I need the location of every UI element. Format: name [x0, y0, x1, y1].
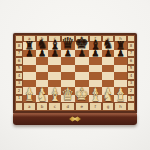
square-g1[interactable]: ♞ [102, 95, 115, 103]
square-a6[interactable] [23, 57, 36, 65]
rank-label-4: 4 [15, 72, 23, 80]
square-d3[interactable] [61, 80, 74, 88]
rank-label-6: 6 [127, 57, 135, 65]
square-d2[interactable]: ♟ [61, 87, 74, 95]
rank-label-2: 2 [15, 87, 23, 95]
square-f4[interactable] [89, 72, 102, 80]
border-corner-tile [15, 35, 23, 42]
rank-label-1: 1 [15, 95, 23, 103]
square-a7[interactable]: ♟ [23, 50, 36, 58]
square-h5[interactable] [114, 65, 127, 73]
square-h4[interactable] [114, 72, 127, 80]
file-label-a: a [23, 102, 36, 111]
file-label-f: f [89, 35, 102, 42]
square-e7[interactable]: ♟ [75, 50, 89, 58]
square-a8[interactable]: ♜ [23, 42, 36, 50]
square-c5[interactable] [48, 65, 61, 73]
square-b6[interactable] [36, 57, 49, 65]
square-b3[interactable] [36, 80, 49, 88]
square-g6[interactable] [102, 57, 115, 65]
square-g7[interactable]: ♟ [102, 50, 115, 58]
file-label-b: b [36, 35, 49, 42]
square-h7[interactable]: ♟ [114, 50, 127, 58]
square-e4[interactable] [75, 72, 89, 80]
box-front-edge [13, 113, 137, 125]
square-e3[interactable] [75, 80, 89, 88]
square-f5[interactable] [89, 65, 102, 73]
square-c2[interactable]: ♟ [48, 87, 61, 95]
square-a4[interactable] [23, 72, 36, 80]
square-b5[interactable] [36, 65, 49, 73]
file-label-f: f [89, 102, 102, 111]
square-b7[interactable]: ♟ [36, 50, 49, 58]
square-c7[interactable]: ♟ [48, 50, 61, 58]
square-h1[interactable]: ♜ [114, 95, 127, 103]
rank-label-8: 8 [15, 42, 23, 50]
square-c3[interactable] [48, 80, 61, 88]
square-b2[interactable]: ♟ [36, 87, 49, 95]
square-e6[interactable] [75, 57, 89, 65]
rank-label-5: 5 [15, 65, 23, 73]
rank-label-8: 8 [127, 42, 135, 50]
file-label-d: d [61, 35, 74, 42]
square-f6[interactable] [89, 57, 102, 65]
square-f7[interactable]: ♟ [89, 50, 102, 58]
square-c4[interactable] [48, 72, 61, 80]
square-f8[interactable]: ♝ [89, 42, 102, 50]
file-label-a: a [23, 35, 36, 42]
square-a1[interactable]: ♜ [23, 95, 36, 103]
square-a3[interactable] [23, 80, 36, 88]
square-d8[interactable]: ♛ [61, 42, 74, 50]
square-d4[interactable] [61, 72, 74, 80]
square-h6[interactable] [114, 57, 127, 65]
square-f3[interactable] [89, 80, 102, 88]
square-b8[interactable]: ♞ [36, 42, 49, 50]
square-f2[interactable]: ♟ [89, 87, 102, 95]
white-rook: ♜ [24, 92, 34, 103]
square-e5[interactable] [75, 65, 89, 73]
square-d7[interactable]: ♟ [61, 50, 74, 58]
file-label-h: h [114, 35, 127, 42]
square-b1[interactable]: ♞ [36, 95, 49, 103]
square-a2[interactable]: ♟ [23, 87, 36, 95]
product-photo-scene: abcdefgh8♜♞♝♛♚♝♞♜87♟♟♟♟♟♟♟♟7665544332♟♟♟… [0, 0, 150, 150]
square-g5[interactable] [102, 65, 115, 73]
file-label-g: g [102, 102, 115, 111]
square-a5[interactable] [23, 65, 36, 73]
rank-label-1: 1 [127, 95, 135, 103]
border-corner-tile [15, 102, 23, 111]
square-e8[interactable]: ♚ [75, 42, 89, 50]
rank-label-7: 7 [15, 50, 23, 58]
file-label-c: c [48, 102, 61, 111]
square-e2[interactable]: ♟ [75, 87, 89, 95]
rank-label-6: 6 [15, 57, 23, 65]
square-g8[interactable]: ♞ [102, 42, 115, 50]
square-g4[interactable] [102, 72, 115, 80]
square-f1[interactable]: ♝ [89, 95, 102, 103]
square-e1[interactable]: ♚ [75, 95, 89, 103]
square-c8[interactable]: ♝ [48, 42, 61, 50]
rank-label-3: 3 [15, 80, 23, 88]
rank-label-4: 4 [127, 72, 135, 80]
folding-chess-box: abcdefgh8♜♞♝♛♚♝♞♜87♟♟♟♟♟♟♟♟7665544332♟♟♟… [13, 33, 137, 125]
file-label-b: b [36, 102, 49, 111]
square-h2[interactable]: ♟ [114, 87, 127, 95]
file-label-d: d [61, 102, 74, 111]
board-grid: abcdefgh8♜♞♝♛♚♝♞♜87♟♟♟♟♟♟♟♟7665544332♟♟♟… [15, 35, 135, 111]
square-c1[interactable]: ♝ [48, 95, 61, 103]
file-label-h: h [114, 102, 127, 111]
square-d6[interactable] [61, 57, 74, 65]
file-label-e: e [75, 102, 89, 111]
rank-label-2: 2 [127, 87, 135, 95]
border-corner-tile [127, 102, 135, 111]
border-corner-tile [127, 35, 135, 42]
file-label-e: e [75, 35, 89, 42]
rank-label-7: 7 [127, 50, 135, 58]
brass-clasp-icon [69, 116, 81, 122]
square-d5[interactable] [61, 65, 74, 73]
square-d1[interactable]: ♛ [61, 95, 74, 103]
square-c6[interactable] [48, 57, 61, 65]
file-label-c: c [48, 35, 61, 42]
white-rook: ♜ [116, 92, 126, 103]
square-g2[interactable]: ♟ [102, 87, 115, 95]
square-h3[interactable] [114, 80, 127, 88]
square-h8[interactable]: ♜ [114, 42, 127, 50]
file-label-g: g [102, 35, 115, 42]
board-frame: abcdefgh8♜♞♝♛♚♝♞♜87♟♟♟♟♟♟♟♟7665544332♟♟♟… [13, 33, 137, 113]
rank-label-5: 5 [127, 65, 135, 73]
square-g3[interactable] [102, 80, 115, 88]
rank-label-3: 3 [127, 80, 135, 88]
square-b4[interactable] [36, 72, 49, 80]
